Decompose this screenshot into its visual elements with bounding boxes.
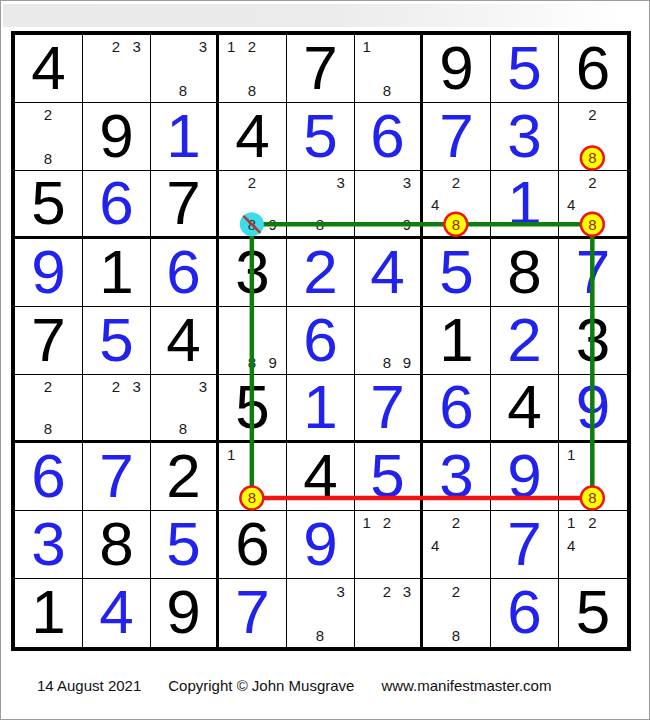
pencil-mark: 2 bbox=[248, 175, 256, 190]
given-digit: 5 bbox=[235, 376, 269, 438]
cell-r5c1[interactable]: 7 bbox=[15, 307, 83, 375]
given-digit: 7 bbox=[303, 37, 337, 99]
cell-r9c8[interactable]: 6 bbox=[491, 579, 559, 647]
solved-digit: 6 bbox=[166, 241, 200, 303]
cell-r8c5[interactable]: 9 bbox=[287, 511, 355, 579]
cell-r3c1[interactable]: 5 bbox=[15, 171, 83, 239]
pencil-mark: 2 bbox=[112, 379, 120, 394]
solved-digit: 3 bbox=[507, 105, 541, 167]
page-frame: 4233812871895628914567328567289383924812… bbox=[0, 0, 650, 720]
cell-r7c9[interactable]: 18 bbox=[559, 443, 627, 511]
given-digit: 3 bbox=[235, 241, 269, 303]
solved-digit: 6 bbox=[370, 105, 404, 167]
pencil-mark: 3 bbox=[199, 379, 207, 394]
cell-r8c6[interactable]: 12 bbox=[355, 511, 423, 579]
pencil-mark: 8 bbox=[452, 627, 460, 642]
given-digit: 6 bbox=[235, 513, 269, 575]
pencil-mark: 8 bbox=[44, 421, 52, 436]
cell-r3c8[interactable]: 1 bbox=[491, 171, 559, 239]
cell-r2c5[interactable]: 5 bbox=[287, 103, 355, 171]
pencil-mark: 4 bbox=[431, 537, 439, 552]
cell-r7c4[interactable]: 18 bbox=[219, 443, 287, 511]
pencil-mark: 1 bbox=[227, 447, 235, 462]
cell-r1c3[interactable]: 38 bbox=[151, 35, 219, 103]
cell-r8c4[interactable]: 6 bbox=[219, 511, 287, 579]
given-digit: 9 bbox=[99, 105, 133, 167]
pencil-mark: 3 bbox=[132, 379, 140, 394]
solved-digit: 5 bbox=[439, 241, 473, 303]
pencil-mark: 9 bbox=[403, 217, 411, 232]
solved-digit: 6 bbox=[507, 581, 541, 643]
given-digit: 7 bbox=[31, 309, 65, 371]
solved-digit: 7 bbox=[507, 513, 541, 575]
sudoku-board: 4233812871895628914567328567289383924812… bbox=[11, 31, 631, 651]
cell-r6c6[interactable]: 7 bbox=[355, 375, 423, 443]
pencil-mark: 8 bbox=[179, 82, 187, 97]
cell-r7c8[interactable]: 9 bbox=[491, 443, 559, 511]
solved-digit: 9 bbox=[303, 513, 337, 575]
pencil-mark: 3 bbox=[403, 583, 411, 598]
pencil-mark: 8 bbox=[248, 82, 256, 97]
cell-r5c6[interactable]: 89 bbox=[355, 307, 423, 375]
cell-r5c9[interactable]: 3 bbox=[559, 307, 627, 375]
cell-r9c6[interactable]: 23 bbox=[355, 579, 423, 647]
cell-r4c8[interactable]: 8 bbox=[491, 239, 559, 307]
pencil-mark: 9 bbox=[403, 354, 411, 369]
pencil-mark: 8 bbox=[588, 490, 596, 505]
cell-r2c2[interactable]: 9 bbox=[83, 103, 151, 171]
cell-r3c5[interactable]: 38 bbox=[287, 171, 355, 239]
given-digit: 7 bbox=[166, 172, 200, 234]
cell-r5c7[interactable]: 1 bbox=[423, 307, 491, 375]
cell-r5c8[interactable]: 2 bbox=[491, 307, 559, 375]
pencil-mark: 4 bbox=[431, 196, 439, 211]
top-band bbox=[3, 4, 647, 27]
solved-digit: 4 bbox=[370, 241, 404, 303]
given-digit: 8 bbox=[99, 513, 133, 575]
pencil-mark: 2 bbox=[452, 515, 460, 530]
cell-r2c4[interactable]: 4 bbox=[219, 103, 287, 171]
solved-digit: 7 bbox=[576, 241, 610, 303]
pencil-mark: 8 bbox=[248, 490, 256, 505]
footer-date: 14 August 2021 bbox=[37, 677, 141, 694]
pencil-mark: 2 bbox=[383, 583, 391, 598]
solved-digit: 9 bbox=[576, 376, 610, 438]
solved-digit: 3 bbox=[439, 445, 473, 507]
given-digit: 2 bbox=[166, 445, 200, 507]
pencil-mark: 9 bbox=[268, 217, 276, 232]
cell-r3c9[interactable]: 248 bbox=[559, 171, 627, 239]
given-digit: 1 bbox=[31, 581, 65, 643]
cell-r9c4[interactable]: 7 bbox=[219, 579, 287, 647]
pencil-mark: 1 bbox=[363, 39, 371, 54]
pencil-mark: 8 bbox=[452, 217, 460, 232]
pencil-mark: 2 bbox=[588, 175, 596, 190]
pencil-mark: 2 bbox=[452, 583, 460, 598]
cell-r8c7[interactable]: 24 bbox=[423, 511, 491, 579]
cell-r7c5[interactable]: 4 bbox=[287, 443, 355, 511]
given-digit: 1 bbox=[439, 309, 473, 371]
pencil-mark: 2 bbox=[452, 175, 460, 190]
solved-digit: 1 bbox=[507, 172, 541, 234]
cell-r9c3[interactable]: 9 bbox=[151, 579, 219, 647]
solved-digit: 7 bbox=[439, 105, 473, 167]
cell-r2c1[interactable]: 28 bbox=[15, 103, 83, 171]
cell-r7c6[interactable]: 5 bbox=[355, 443, 423, 511]
footer-website: www.manifestmaster.com bbox=[381, 677, 551, 694]
cell-r6c3[interactable]: 38 bbox=[151, 375, 219, 443]
pencil-mark: 8 bbox=[248, 217, 256, 232]
cell-r8c9[interactable]: 124 bbox=[559, 511, 627, 579]
cell-r2c3[interactable]: 1 bbox=[151, 103, 219, 171]
solved-digit: 5 bbox=[370, 445, 404, 507]
cell-r8c1[interactable]: 3 bbox=[15, 511, 83, 579]
pencil-mark: 2 bbox=[112, 39, 120, 54]
given-digit: 4 bbox=[235, 105, 269, 167]
solved-digit: 1 bbox=[166, 105, 200, 167]
solved-digit: 6 bbox=[31, 445, 65, 507]
given-digit: 6 bbox=[576, 37, 610, 99]
cell-r9c2[interactable]: 4 bbox=[83, 579, 151, 647]
pencil-mark: 8 bbox=[44, 150, 52, 165]
cell-r5c4[interactable]: 89 bbox=[219, 307, 287, 375]
cell-r1c5[interactable]: 7 bbox=[287, 35, 355, 103]
given-digit: 9 bbox=[166, 581, 200, 643]
pencil-mark: 1 bbox=[363, 515, 371, 530]
pencil-mark: 1 bbox=[227, 39, 235, 54]
cell-r8c8[interactable]: 7 bbox=[491, 511, 559, 579]
cell-r5c3[interactable]: 4 bbox=[151, 307, 219, 375]
solved-digit: 5 bbox=[507, 37, 541, 99]
pencil-mark: 3 bbox=[403, 175, 411, 190]
footer: 14 August 2021 Copyright © John Musgrave… bbox=[37, 677, 551, 694]
cell-r1c9[interactable]: 6 bbox=[559, 35, 627, 103]
given-digit: 1 bbox=[99, 241, 133, 303]
solved-digit: 7 bbox=[235, 581, 269, 643]
cell-r7c7[interactable]: 3 bbox=[423, 443, 491, 511]
pencil-mark: 4 bbox=[567, 537, 575, 552]
cell-r7c2[interactable]: 7 bbox=[83, 443, 151, 511]
pencil-mark: 8 bbox=[316, 217, 324, 232]
pencil-mark: 2 bbox=[588, 515, 596, 530]
pencil-mark: 2 bbox=[383, 515, 391, 530]
given-digit: 5 bbox=[576, 581, 610, 643]
solved-digit: 7 bbox=[99, 445, 133, 507]
cell-r8c3[interactable]: 5 bbox=[151, 511, 219, 579]
solved-digit: 4 bbox=[99, 581, 133, 643]
pencil-mark: 2 bbox=[44, 379, 52, 394]
given-digit: 9 bbox=[439, 37, 473, 99]
cell-r3c6[interactable]: 39 bbox=[355, 171, 423, 239]
cell-r4c3[interactable]: 6 bbox=[151, 239, 219, 307]
cell-r6c1[interactable]: 28 bbox=[15, 375, 83, 443]
cell-r3c2[interactable]: 6 bbox=[83, 171, 151, 239]
pencil-mark: 2 bbox=[44, 107, 52, 122]
cell-r4c2[interactable]: 1 bbox=[83, 239, 151, 307]
given-digit: 3 bbox=[576, 309, 610, 371]
given-digit: 4 bbox=[31, 37, 65, 99]
cell-r2c7[interactable]: 7 bbox=[423, 103, 491, 171]
cell-r1c1[interactable]: 4 bbox=[15, 35, 83, 103]
cell-r1c8[interactable]: 5 bbox=[491, 35, 559, 103]
cell-r4c1[interactable]: 9 bbox=[15, 239, 83, 307]
solved-digit: 1 bbox=[303, 376, 337, 438]
cell-r6c4[interactable]: 5 bbox=[219, 375, 287, 443]
cell-r9c1[interactable]: 1 bbox=[15, 579, 83, 647]
cell-r9c7[interactable]: 28 bbox=[423, 579, 491, 647]
given-digit: 4 bbox=[507, 376, 541, 438]
cell-r4c9[interactable]: 7 bbox=[559, 239, 627, 307]
cell-r1c4[interactable]: 128 bbox=[219, 35, 287, 103]
cell-r5c2[interactable]: 5 bbox=[83, 307, 151, 375]
footer-copyright: Copyright © John Musgrave bbox=[168, 677, 354, 694]
pencil-mark: 8 bbox=[588, 217, 596, 232]
pencil-mark: 8 bbox=[383, 354, 391, 369]
solved-digit: 5 bbox=[303, 105, 337, 167]
cell-r4c4[interactable]: 3 bbox=[219, 239, 287, 307]
cell-r6c5[interactable]: 1 bbox=[287, 375, 355, 443]
cell-r2c6[interactable]: 6 bbox=[355, 103, 423, 171]
given-digit: 5 bbox=[31, 172, 65, 234]
cell-r5c5[interactable]: 6 bbox=[287, 307, 355, 375]
solved-digit: 5 bbox=[166, 513, 200, 575]
pencil-mark: 4 bbox=[567, 196, 575, 211]
cell-r1c2[interactable]: 23 bbox=[83, 35, 151, 103]
cell-r4c5[interactable]: 2 bbox=[287, 239, 355, 307]
cell-r3c4[interactable]: 289 bbox=[219, 171, 287, 239]
given-digit: 4 bbox=[303, 445, 337, 507]
pencil-mark: 3 bbox=[199, 39, 207, 54]
cell-r3c3[interactable]: 7 bbox=[151, 171, 219, 239]
pencil-mark: 3 bbox=[132, 39, 140, 54]
given-digit: 8 bbox=[507, 241, 541, 303]
pencil-mark: 9 bbox=[268, 354, 276, 369]
cell-r6c9[interactable]: 9 bbox=[559, 375, 627, 443]
cell-r2c9[interactable]: 28 bbox=[559, 103, 627, 171]
solved-digit: 7 bbox=[370, 376, 404, 438]
pencil-mark: 8 bbox=[383, 82, 391, 97]
pencil-mark: 2 bbox=[248, 39, 256, 54]
cell-r3c7[interactable]: 248 bbox=[423, 171, 491, 239]
solved-digit: 2 bbox=[507, 309, 541, 371]
solved-digit: 2 bbox=[303, 241, 337, 303]
solved-digit: 9 bbox=[31, 241, 65, 303]
solved-digit: 5 bbox=[99, 309, 133, 371]
cell-r1c7[interactable]: 9 bbox=[423, 35, 491, 103]
given-digit: 4 bbox=[166, 309, 200, 371]
pencil-mark: 2 bbox=[588, 107, 596, 122]
solved-digit: 6 bbox=[303, 309, 337, 371]
solved-digit: 6 bbox=[439, 376, 473, 438]
solved-digit: 9 bbox=[507, 445, 541, 507]
sudoku-board-area: 4233812871895628914567328567289383924812… bbox=[11, 31, 631, 651]
cell-r7c3[interactable]: 2 bbox=[151, 443, 219, 511]
pencil-mark: 8 bbox=[179, 421, 187, 436]
cell-r9c9[interactable]: 5 bbox=[559, 579, 627, 647]
cell-r8c2[interactable]: 8 bbox=[83, 511, 151, 579]
cell-r4c6[interactable]: 4 bbox=[355, 239, 423, 307]
cell-r7c1[interactable]: 6 bbox=[15, 443, 83, 511]
pencil-mark: 8 bbox=[316, 627, 324, 642]
pencil-mark: 3 bbox=[336, 583, 344, 598]
pencil-mark: 1 bbox=[567, 447, 575, 462]
cell-r4c7[interactable]: 5 bbox=[423, 239, 491, 307]
pencil-mark: 8 bbox=[248, 354, 256, 369]
cell-r9c5[interactable]: 38 bbox=[287, 579, 355, 647]
solved-digit: 3 bbox=[31, 513, 65, 575]
cell-r6c7[interactable]: 6 bbox=[423, 375, 491, 443]
cell-r1c6[interactable]: 18 bbox=[355, 35, 423, 103]
solved-digit: 6 bbox=[99, 172, 133, 234]
pencil-mark: 8 bbox=[588, 150, 596, 165]
cell-r6c2[interactable]: 23 bbox=[83, 375, 151, 443]
cell-r2c8[interactable]: 3 bbox=[491, 103, 559, 171]
pencil-mark: 3 bbox=[336, 175, 344, 190]
pencil-mark: 1 bbox=[567, 515, 575, 530]
cell-r6c8[interactable]: 4 bbox=[491, 375, 559, 443]
